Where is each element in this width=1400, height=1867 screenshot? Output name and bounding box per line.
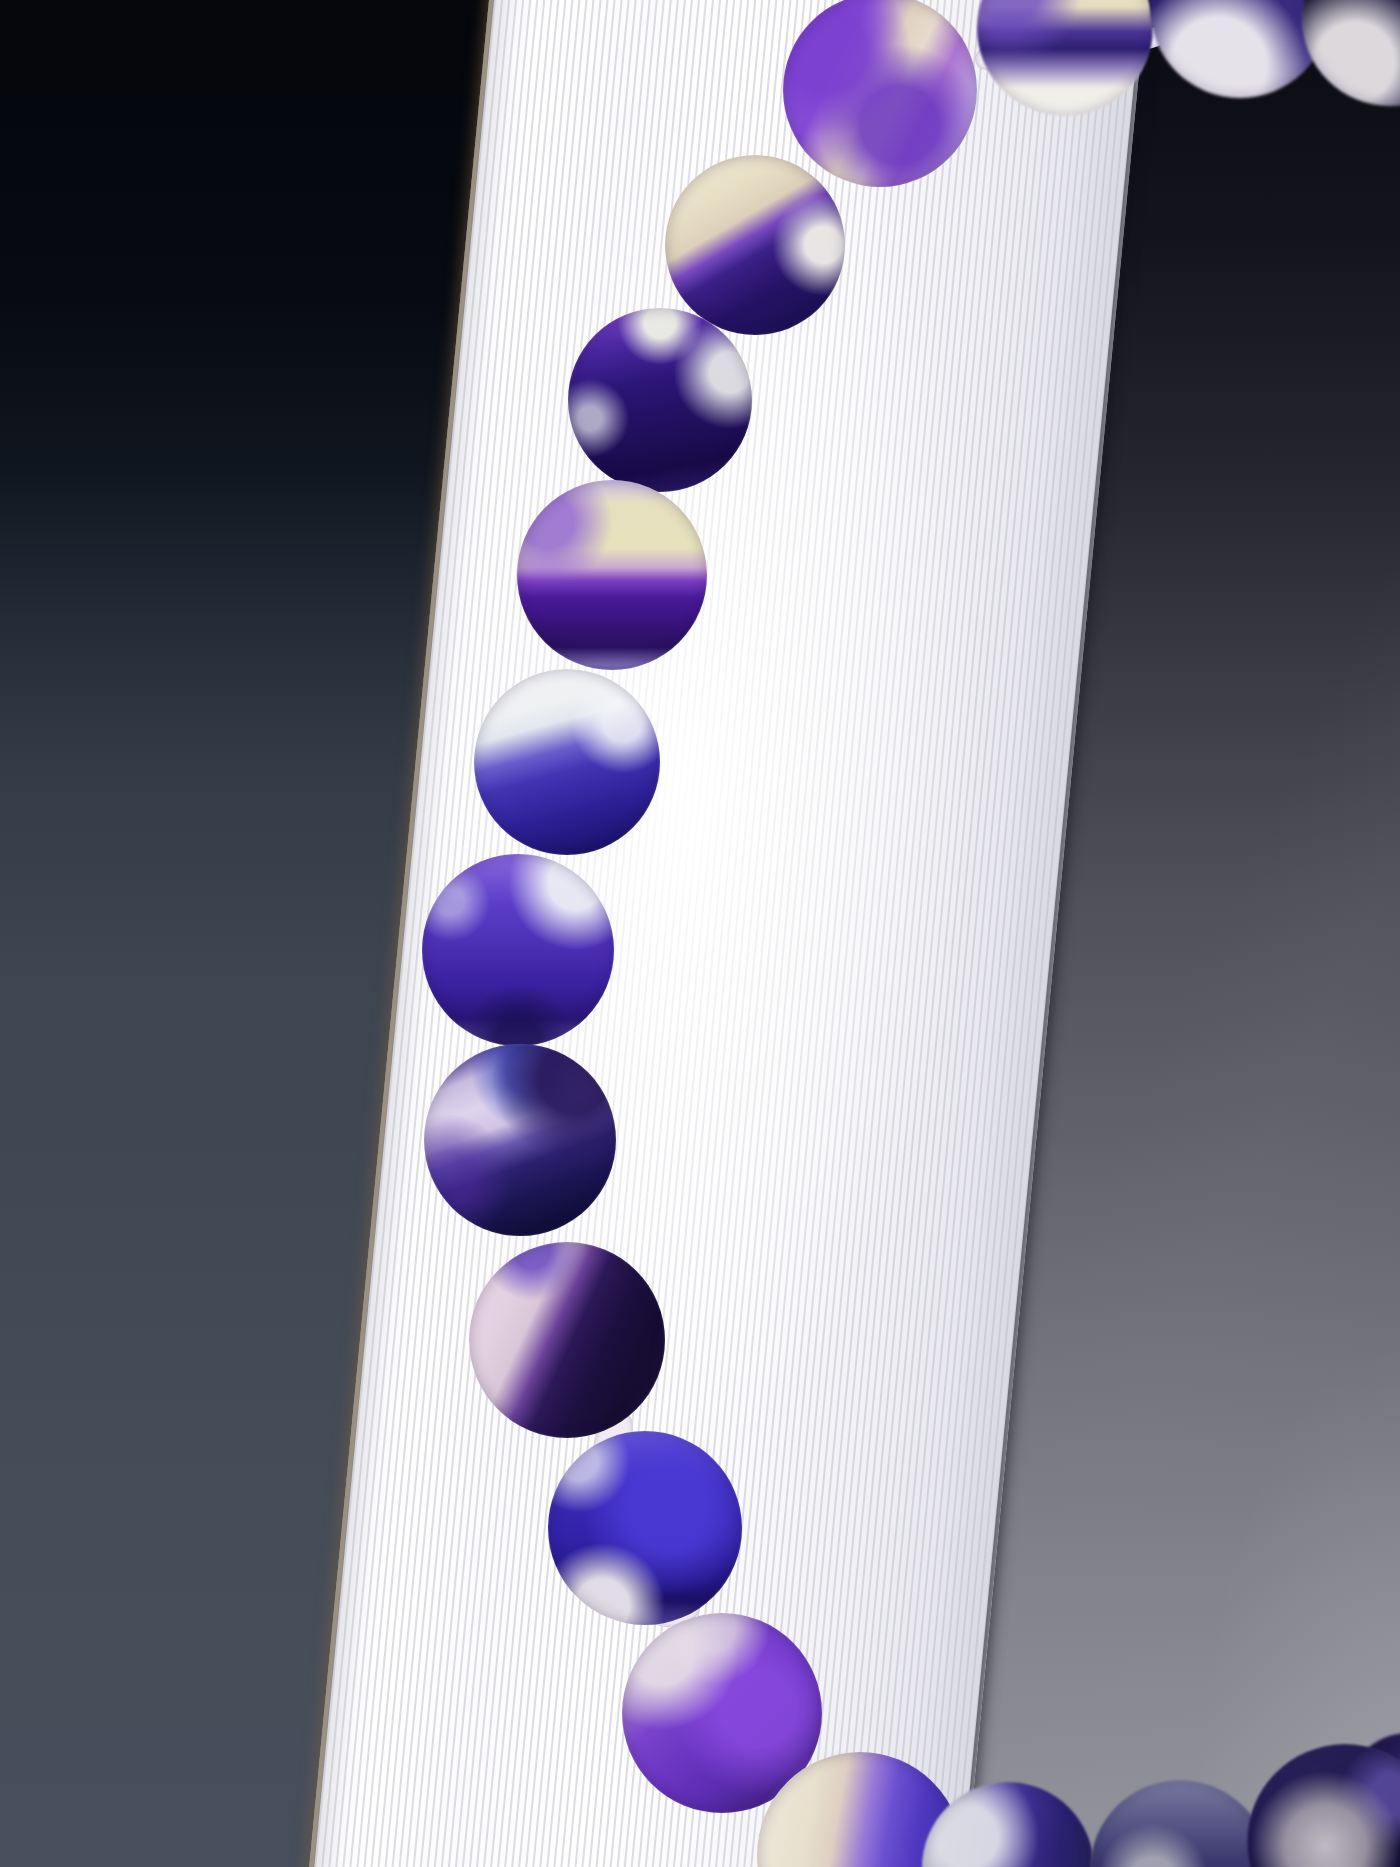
- bead-b10-white-band-navy-bead: [424, 1044, 616, 1236]
- bead-b2-cream-indigo-band-bead: [977, 0, 1153, 116]
- bead-b7-yellow-purple-band-bead: [517, 480, 707, 670]
- bead-b4-dark-navy-corner-bead: [1302, 0, 1400, 106]
- bead-b8-white-royal-blue-bead: [474, 669, 660, 855]
- bead-b5-cream-top-indigo-bead: [665, 155, 845, 335]
- bead-b16-navy-sheen-bottom-bead: [1090, 1780, 1270, 1867]
- bead-b11-pink-white-dark-split-bead: [469, 1242, 665, 1438]
- bead-b9-violet-blue-bead: [422, 854, 614, 1046]
- bead-b12-vivid-royal-blue-bead: [548, 1431, 742, 1625]
- bead-b17-dark-glossy-window-bead: [1247, 1744, 1400, 1867]
- beads-layer: [0, 0, 1400, 1867]
- bead-b1-violet-cream-bead: [783, 0, 977, 187]
- photo-scene: [0, 0, 1400, 1867]
- bead-b6-deep-indigo-bead: [568, 308, 752, 492]
- bead-b15-glass-indigo-bottom-bead: [922, 1782, 1094, 1867]
